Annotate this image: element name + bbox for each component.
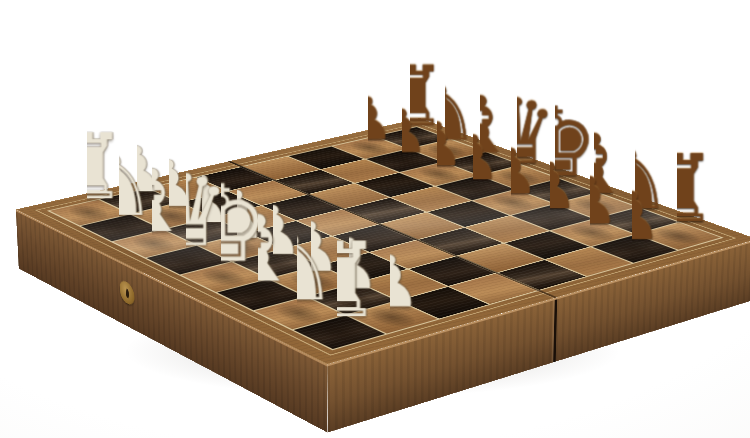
pawn-glyph-icon: ♟ xyxy=(603,183,662,249)
piece-white-rook-h1: ♜ xyxy=(337,229,430,333)
photo-canvas: ♜♞♝♛♚♝♞♜♟♟♟♟♟♟♟♟♟♟♟♟♟♟♟♟♜♞♝♛♚♝♞♜ xyxy=(0,0,750,438)
box-halves-seam xyxy=(553,299,557,362)
square-f6 xyxy=(466,216,548,243)
square-h1: ♜ xyxy=(294,316,385,350)
brass-keyhole-plate-icon xyxy=(120,278,135,307)
rook-glyph-icon: ♜ xyxy=(290,229,383,333)
piece-brown-pawn-h7: ♟ xyxy=(632,183,691,249)
